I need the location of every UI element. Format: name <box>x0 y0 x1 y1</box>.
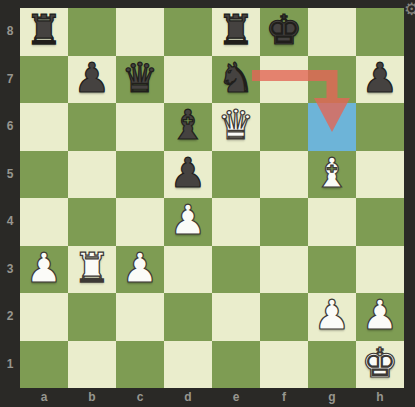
square-e8[interactable]: ♜ <box>212 8 260 56</box>
square-a2[interactable] <box>20 293 68 341</box>
piece-white-bishop[interactable]: ♝ <box>314 153 351 194</box>
square-b4[interactable] <box>68 198 116 246</box>
square-h3[interactable] <box>356 246 404 294</box>
rank-label-1: 1 <box>0 341 20 389</box>
square-e6[interactable]: ♛ <box>212 103 260 151</box>
square-c5[interactable] <box>116 151 164 199</box>
square-c1[interactable] <box>116 341 164 389</box>
file-label-g: g <box>308 388 356 407</box>
square-h8[interactable] <box>356 8 404 56</box>
piece-white-pawn[interactable]: ♟ <box>122 248 159 289</box>
square-h6[interactable] <box>356 103 404 151</box>
piece-white-pawn[interactable]: ♟ <box>362 295 399 336</box>
square-f6[interactable] <box>260 103 308 151</box>
file-label-d: d <box>164 388 212 407</box>
square-c7[interactable]: ♛ <box>116 56 164 104</box>
square-a5[interactable] <box>20 151 68 199</box>
piece-white-pawn[interactable]: ♟ <box>314 295 351 336</box>
square-f4[interactable] <box>260 198 308 246</box>
square-c6[interactable] <box>116 103 164 151</box>
square-d2[interactable] <box>164 293 212 341</box>
rank-label-3: 3 <box>0 246 20 294</box>
square-b1[interactable] <box>68 341 116 389</box>
square-g2[interactable]: ♟ <box>308 293 356 341</box>
square-h1[interactable]: ♚ <box>356 341 404 389</box>
piece-white-pawn[interactable]: ♟ <box>170 200 207 241</box>
square-h5[interactable] <box>356 151 404 199</box>
square-a7[interactable] <box>20 56 68 104</box>
square-e3[interactable] <box>212 246 260 294</box>
piece-black-rook[interactable]: ♜ <box>218 10 255 51</box>
square-e5[interactable] <box>212 151 260 199</box>
square-h7[interactable]: ♟ <box>356 56 404 104</box>
square-a4[interactable] <box>20 198 68 246</box>
square-g7[interactable] <box>308 56 356 104</box>
square-f8[interactable]: ♚ <box>260 8 308 56</box>
square-g3[interactable] <box>308 246 356 294</box>
square-d7[interactable] <box>164 56 212 104</box>
piece-white-pawn[interactable]: ♟ <box>26 248 63 289</box>
square-h2[interactable]: ♟ <box>356 293 404 341</box>
square-a3[interactable]: ♟ <box>20 246 68 294</box>
square-b7[interactable]: ♟ <box>68 56 116 104</box>
piece-black-queen[interactable]: ♛ <box>122 58 159 99</box>
square-f5[interactable] <box>260 151 308 199</box>
square-h4[interactable] <box>356 198 404 246</box>
file-label-f: f <box>260 388 308 407</box>
piece-black-pawn[interactable]: ♟ <box>74 58 111 99</box>
square-g6[interactable] <box>308 103 356 151</box>
square-c2[interactable] <box>116 293 164 341</box>
file-label-c: c <box>116 388 164 407</box>
square-g4[interactable] <box>308 198 356 246</box>
square-b5[interactable] <box>68 151 116 199</box>
square-e7[interactable]: ♞ <box>212 56 260 104</box>
rank-label-5: 5 <box>0 151 20 199</box>
square-a1[interactable] <box>20 341 68 389</box>
square-f1[interactable] <box>260 341 308 389</box>
square-a6[interactable] <box>20 103 68 151</box>
square-g8[interactable] <box>308 8 356 56</box>
square-g5[interactable]: ♝ <box>308 151 356 199</box>
square-d1[interactable] <box>164 341 212 389</box>
square-f3[interactable] <box>260 246 308 294</box>
square-b3[interactable]: ♜ <box>68 246 116 294</box>
rank-coordinates: 87654321 <box>0 8 20 388</box>
rank-label-8: 8 <box>0 8 20 56</box>
square-f2[interactable] <box>260 293 308 341</box>
square-c4[interactable] <box>116 198 164 246</box>
square-d8[interactable] <box>164 8 212 56</box>
chess-board[interactable]: ♜♜♚♟♛♞♟♝♛♟♝♟♟♜♟♟♟♚ <box>20 8 404 388</box>
rank-label-7: 7 <box>0 56 20 104</box>
square-b2[interactable] <box>68 293 116 341</box>
piece-white-queen[interactable]: ♛ <box>218 105 255 146</box>
piece-white-king[interactable]: ♚ <box>362 343 399 384</box>
square-b8[interactable] <box>68 8 116 56</box>
piece-black-pawn[interactable]: ♟ <box>362 58 399 99</box>
square-c8[interactable] <box>116 8 164 56</box>
file-label-e: e <box>212 388 260 407</box>
piece-black-pawn[interactable]: ♟ <box>170 153 207 194</box>
square-d6[interactable]: ♝ <box>164 103 212 151</box>
square-b6[interactable] <box>68 103 116 151</box>
square-d4[interactable]: ♟ <box>164 198 212 246</box>
square-f7[interactable] <box>260 56 308 104</box>
chess-app-screen: ♜♜♚♟♛♞♟♝♛♟♝♟♟♜♟♟♟♚ 87654321 abcdefgh ⚙ <box>0 0 415 407</box>
square-e4[interactable] <box>212 198 260 246</box>
rank-label-6: 6 <box>0 103 20 151</box>
square-d5[interactable]: ♟ <box>164 151 212 199</box>
square-d3[interactable] <box>164 246 212 294</box>
square-c3[interactable]: ♟ <box>116 246 164 294</box>
square-e1[interactable] <box>212 341 260 389</box>
file-coordinates: abcdefgh <box>20 388 404 407</box>
piece-black-king[interactable]: ♚ <box>266 10 303 51</box>
rank-label-4: 4 <box>0 198 20 246</box>
file-label-b: b <box>68 388 116 407</box>
piece-black-rook[interactable]: ♜ <box>26 10 63 51</box>
square-g1[interactable] <box>308 341 356 389</box>
settings-gear-icon[interactable]: ⚙ <box>404 0 415 19</box>
rank-label-2: 2 <box>0 293 20 341</box>
square-a8[interactable]: ♜ <box>20 8 68 56</box>
piece-black-knight[interactable]: ♞ <box>218 58 255 99</box>
piece-white-rook[interactable]: ♜ <box>74 248 111 289</box>
file-label-h: h <box>356 388 404 407</box>
file-label-a: a <box>20 388 68 407</box>
square-e2[interactable] <box>212 293 260 341</box>
piece-black-bishop[interactable]: ♝ <box>170 105 207 146</box>
